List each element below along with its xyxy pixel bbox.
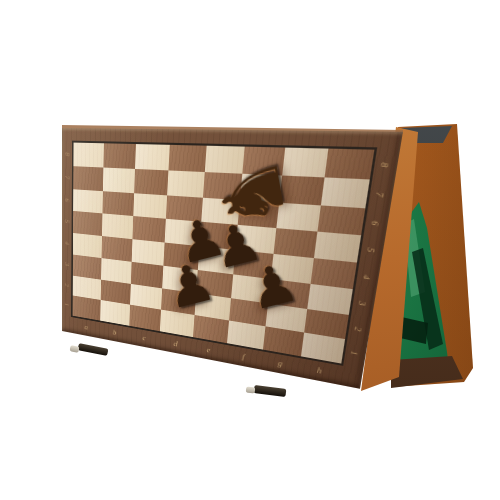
square-h7[interactable] (321, 177, 370, 208)
square-c1[interactable] (130, 305, 162, 331)
square-e1[interactable] (193, 315, 229, 343)
square-b5[interactable] (102, 214, 133, 240)
rank-labels-left-6: 6 (58, 194, 77, 206)
rank-labels-right-7: 7 (364, 186, 397, 202)
square-a5[interactable] (73, 211, 103, 236)
rank-labels-left-1: 1 (58, 298, 76, 311)
square-b8[interactable] (104, 143, 137, 168)
product-photo: abcdefgh 87654321 87654321 ♞♟♟♟♟ (0, 0, 500, 500)
clasp-left-cap (70, 345, 80, 353)
square-c6[interactable] (134, 193, 168, 219)
rank-labels-right-6: 6 (359, 215, 391, 231)
file-labels: abcdefgh (62, 128, 403, 132)
square-c7[interactable] (134, 169, 168, 195)
rank-labels-left-4: 4 (58, 237, 76, 249)
rank-labels-left-3: 3 (58, 258, 76, 270)
square-a6[interactable] (73, 189, 103, 214)
rank-labels-left-5: 5 (58, 215, 76, 227)
square-a8[interactable] (73, 143, 104, 168)
clasp-right (254, 385, 287, 397)
rank-labels-right-8: 8 (368, 157, 402, 172)
square-b7[interactable] (103, 167, 135, 192)
square-g1[interactable] (263, 327, 304, 357)
square-a1[interactable] (73, 296, 101, 321)
rank-labels-right: 87654321 (62, 128, 403, 132)
rank-labels-left-8: 8 (58, 148, 77, 160)
rank-labels-left-2: 2 (58, 278, 76, 291)
square-b1[interactable] (100, 300, 130, 326)
square-c5[interactable] (133, 216, 167, 242)
square-a7[interactable] (73, 166, 103, 191)
clasp-right-cap (246, 386, 256, 393)
square-b6[interactable] (103, 191, 135, 217)
square-c8[interactable] (135, 144, 170, 170)
square-h1[interactable] (301, 333, 345, 364)
clasp-left (78, 343, 109, 356)
rank-labels-left: 87654321 (62, 128, 403, 132)
rank-labels-left-7: 7 (58, 171, 77, 183)
square-h8[interactable] (324, 149, 374, 180)
square-h6[interactable] (317, 205, 365, 236)
square-f1[interactable] (227, 321, 266, 350)
